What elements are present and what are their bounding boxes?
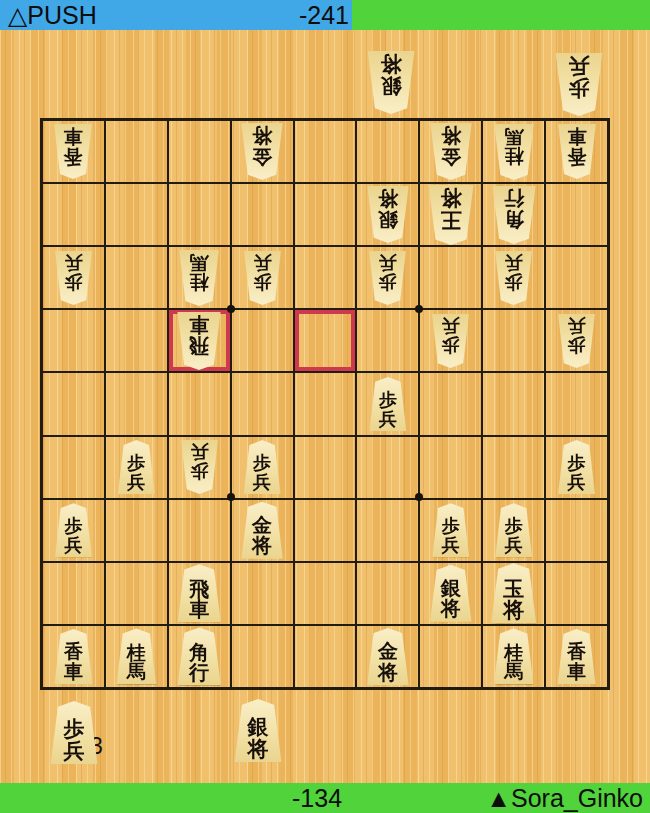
piece-pawn-gote[interactable]: 歩兵 (430, 314, 471, 368)
piece-pawn-gote[interactable]: 歩兵 (179, 440, 220, 494)
piece-pawn-sente[interactable]: 歩兵 (430, 503, 471, 557)
kanji: 銀 (248, 716, 269, 737)
kanji: 歩 (505, 272, 523, 290)
cell-7a[interactable] (168, 120, 231, 183)
sente-player-label: ▲Sora_Ginko (486, 783, 643, 813)
piece-bishop-gote[interactable]: 角行 (490, 186, 538, 244)
piece-pawn-gote[interactable]: 歩兵 (367, 251, 408, 305)
kanji: 馬 (127, 662, 146, 681)
star-point (227, 493, 235, 501)
piece-pawn-sente[interactable]: 歩兵 (48, 701, 100, 764)
cell-9h[interactable] (42, 562, 105, 625)
kanji: 金 (252, 515, 272, 535)
piece-lance-sente[interactable]: 香車 (556, 629, 598, 684)
piece-pawn-sente[interactable]: 歩兵 (116, 440, 157, 494)
cell-7i[interactable]: 角行 (168, 625, 231, 688)
cell-7b[interactable] (168, 183, 231, 246)
kanji: 角 (504, 209, 524, 229)
cell-7g[interactable] (168, 499, 231, 562)
piece-lance-gote[interactable]: 香車 (556, 124, 598, 179)
kanji: 兵 (505, 254, 523, 272)
cell-9i[interactable]: 香車 (42, 625, 105, 688)
kanji: 将 (440, 188, 461, 209)
cell-4d[interactable] (356, 309, 419, 372)
kanji: 馬 (504, 662, 523, 681)
cell-3e[interactable] (419, 372, 482, 435)
piece-silver-sente[interactable]: 銀将 (428, 565, 474, 622)
cell-9c[interactable]: 歩兵 (42, 246, 105, 309)
piece-pawn-sente[interactable]: 歩兵 (556, 440, 597, 494)
kanji: 歩 (64, 718, 85, 739)
gote-time-bar: △PUSH -241 (0, 0, 352, 30)
piece-pawn-sente[interactable]: 歩兵 (493, 503, 534, 557)
piece-bishop-sente[interactable]: 角行 (175, 627, 223, 685)
shogi-board: 香車金将金将桂馬香車銀将王将角行歩兵桂馬歩兵歩兵歩兵飛車歩兵歩兵歩兵歩兵歩兵歩兵… (40, 118, 610, 690)
cell-6a[interactable]: 金将 (231, 120, 294, 183)
cell-9b[interactable] (42, 183, 105, 246)
cell-2f[interactable] (482, 436, 545, 499)
cell-4b[interactable]: 銀将 (356, 183, 419, 246)
kanji: 将 (441, 126, 461, 146)
kanji: 兵 (64, 536, 82, 554)
kanji: 行 (189, 662, 209, 682)
kanji: 将 (441, 598, 461, 618)
cell-6g[interactable]: 金将 (231, 499, 294, 562)
cell-4g[interactable] (356, 499, 419, 562)
piece-pawn-sente[interactable]: 歩兵 (53, 503, 94, 557)
kanji: 歩 (379, 272, 397, 290)
cell-6c[interactable]: 歩兵 (231, 246, 294, 309)
piece-knight-sente[interactable]: 桂馬 (114, 628, 158, 684)
kanji: 馬 (190, 253, 209, 272)
kanji: 兵 (127, 473, 145, 491)
piece-gold-sente[interactable]: 金将 (365, 628, 411, 685)
cell-4e[interactable]: 歩兵 (356, 372, 419, 435)
sente-score: -134 (292, 783, 342, 813)
cell-1a[interactable]: 香車 (545, 120, 608, 183)
kanji: 馬 (504, 127, 523, 146)
kanji: 将 (378, 662, 398, 682)
kanji: 歩 (253, 454, 271, 472)
kanji: 桂 (190, 272, 209, 291)
piece-lance-sente[interactable]: 香車 (52, 629, 94, 684)
cell-1i[interactable]: 香車 (545, 625, 608, 688)
cell-6f[interactable]: 歩兵 (231, 436, 294, 499)
kanji: 兵 (253, 254, 271, 272)
piece-king-gote[interactable]: 王将 (426, 185, 476, 245)
cell-8i[interactable]: 桂馬 (105, 625, 168, 688)
top-status-bar: △PUSH -241 (0, 0, 650, 30)
cell-8c[interactable] (105, 246, 168, 309)
piece-pawn-gote[interactable]: 歩兵 (556, 314, 597, 368)
gote-player-label: △PUSH (8, 1, 97, 30)
star-point (415, 493, 423, 501)
kanji: 兵 (505, 536, 523, 554)
piece-silver-gote[interactable]: 銀将 (365, 51, 417, 114)
kanji: 将 (252, 126, 272, 146)
piece-pawn-gote[interactable]: 歩兵 (553, 53, 605, 116)
kanji: 車 (189, 315, 209, 335)
cell-2e[interactable] (482, 372, 545, 435)
kanji: 兵 (64, 254, 82, 272)
kanji: 車 (567, 662, 586, 681)
cell-7e[interactable] (168, 372, 231, 435)
piece-rook-gote[interactable]: 飛車 (175, 312, 223, 370)
shogi-app: △PUSH -241 香車金将金将桂馬香車銀将王将角行歩兵桂馬歩兵歩兵歩兵飛車歩… (0, 0, 650, 813)
kanji: 兵 (568, 317, 586, 335)
cell-4h[interactable] (356, 562, 419, 625)
cell-5f[interactable] (294, 436, 357, 499)
cell-6i[interactable] (231, 625, 294, 688)
cell-4a[interactable] (356, 120, 419, 183)
piece-lance-gote[interactable]: 香車 (52, 124, 94, 179)
kanji: 将 (381, 54, 402, 75)
cell-1g[interactable] (545, 499, 608, 562)
piece-gold-sente[interactable]: 金将 (239, 502, 285, 559)
kanji: 兵 (568, 473, 586, 491)
kanji: 兵 (379, 410, 397, 428)
piece-pawn-sente[interactable]: 歩兵 (242, 440, 283, 494)
kanji: 飛 (189, 335, 209, 355)
kanji: 香 (567, 146, 586, 165)
kanji: 将 (503, 599, 524, 620)
cell-8d[interactable] (105, 309, 168, 372)
bottom-status-bar: -134 ▲Sora_Ginko (0, 783, 650, 813)
cell-3i[interactable] (419, 625, 482, 688)
cell-5h[interactable] (294, 562, 357, 625)
kanji: 歩 (127, 454, 145, 472)
piece-knight-sente[interactable]: 桂馬 (492, 628, 536, 684)
cell-1f[interactable]: 歩兵 (545, 436, 608, 499)
piece-king-sente[interactable]: 玉将 (489, 563, 539, 623)
cell-2b[interactable]: 角行 (482, 183, 545, 246)
cell-1e[interactable] (545, 372, 608, 435)
piece-pawn-gote[interactable]: 歩兵 (493, 251, 534, 305)
star-point (415, 305, 423, 313)
cell-3a[interactable]: 金将 (419, 120, 482, 183)
piece-silver-sente[interactable]: 銀将 (232, 699, 284, 762)
cell-6d[interactable] (231, 309, 294, 372)
kanji: 兵 (190, 443, 208, 461)
kanji: 兵 (379, 254, 397, 272)
piece-knight-gote[interactable]: 桂馬 (177, 250, 221, 306)
cell-9g[interactable]: 歩兵 (42, 499, 105, 562)
kanji: 歩 (253, 272, 271, 290)
piece-pawn-gote[interactable]: 歩兵 (53, 251, 94, 305)
piece-gold-gote[interactable]: 金将 (239, 123, 285, 180)
star-point (227, 305, 235, 313)
kanji: 将 (252, 535, 272, 555)
kanji: 飛 (189, 579, 209, 599)
cell-8e[interactable] (105, 372, 168, 435)
kanji: 香 (64, 642, 83, 661)
kanji: 歩 (442, 335, 460, 353)
piece-pawn-gote[interactable]: 歩兵 (242, 251, 283, 305)
cell-2i[interactable]: 桂馬 (482, 625, 545, 688)
cell-5b[interactable] (294, 183, 357, 246)
cell-9d[interactable] (42, 309, 105, 372)
cell-2h[interactable]: 玉将 (482, 562, 545, 625)
cell-3g[interactable]: 歩兵 (419, 499, 482, 562)
cell-5i[interactable] (294, 625, 357, 688)
cell-6h[interactable] (231, 562, 294, 625)
cell-1c[interactable] (545, 246, 608, 309)
kanji: 歩 (568, 454, 586, 472)
kanji: 兵 (64, 740, 85, 761)
kanji: 王 (440, 209, 461, 230)
cell-8h[interactable] (105, 562, 168, 625)
cell-5c[interactable] (294, 246, 357, 309)
cell-5e[interactable] (294, 372, 357, 435)
cell-2d[interactable] (482, 309, 545, 372)
kanji: 金 (441, 146, 461, 166)
kanji: 車 (64, 127, 83, 146)
kanji: 香 (567, 642, 586, 661)
kanji: 車 (567, 127, 586, 146)
kanji: 香 (64, 146, 83, 165)
kanji: 将 (378, 189, 398, 209)
cell-8a[interactable] (105, 120, 168, 183)
kanji: 歩 (568, 335, 586, 353)
kanji: 兵 (442, 536, 460, 554)
kanji: 角 (189, 642, 209, 662)
cell-7d[interactable]: 飛車 (168, 309, 231, 372)
cell-4c[interactable]: 歩兵 (356, 246, 419, 309)
gote-score: -241 (299, 1, 349, 30)
piece-rook-sente[interactable]: 飛車 (175, 564, 223, 622)
kanji: 歩 (64, 272, 82, 290)
kanji: 桂 (504, 146, 523, 165)
kanji: 金 (252, 146, 272, 166)
cell-6b[interactable] (231, 183, 294, 246)
cell-8g[interactable] (105, 499, 168, 562)
kanji: 銀 (441, 578, 461, 598)
cell-1b[interactable] (545, 183, 608, 246)
cell-2g[interactable]: 歩兵 (482, 499, 545, 562)
kanji: 歩 (190, 461, 208, 479)
cell-7f[interactable]: 歩兵 (168, 436, 231, 499)
kanji: 銀 (378, 210, 398, 230)
cell-3h[interactable]: 銀将 (419, 562, 482, 625)
piece-gold-gote[interactable]: 金将 (428, 123, 474, 180)
cell-2a[interactable]: 桂馬 (482, 120, 545, 183)
kanji: 車 (189, 599, 209, 619)
cell-6e[interactable] (231, 372, 294, 435)
cell-4i[interactable]: 金将 (356, 625, 419, 688)
cell-1h[interactable] (545, 562, 608, 625)
cell-1d[interactable]: 歩兵 (545, 309, 608, 372)
cell-7c[interactable]: 桂馬 (168, 246, 231, 309)
cell-3f[interactable] (419, 436, 482, 499)
cell-5g[interactable] (294, 499, 357, 562)
kanji: 車 (64, 662, 83, 681)
cell-8f[interactable]: 歩兵 (105, 436, 168, 499)
cell-7h[interactable]: 飛車 (168, 562, 231, 625)
kanji: 歩 (379, 391, 397, 409)
cell-5a[interactable] (294, 120, 357, 183)
cell-3b[interactable]: 王将 (419, 183, 482, 246)
piece-pawn-sente[interactable]: 歩兵 (367, 377, 408, 431)
kanji: 玉 (503, 578, 524, 599)
cell-9a[interactable]: 香車 (42, 120, 105, 183)
cell-5d[interactable] (294, 309, 357, 372)
kanji: 兵 (253, 473, 271, 491)
cell-8b[interactable] (105, 183, 168, 246)
kanji: 兵 (442, 317, 460, 335)
kanji: 兵 (569, 56, 590, 77)
cell-4f[interactable] (356, 436, 419, 499)
piece-silver-gote[interactable]: 銀将 (365, 186, 411, 243)
cell-9e[interactable] (42, 372, 105, 435)
kanji: 将 (248, 738, 269, 759)
kanji: 歩 (569, 77, 590, 98)
cell-3d[interactable]: 歩兵 (419, 309, 482, 372)
kanji: 金 (378, 641, 398, 661)
gote-time-bar-remainder (352, 0, 650, 30)
piece-knight-gote[interactable]: 桂馬 (492, 124, 536, 180)
kanji: 行 (504, 189, 524, 209)
kanji: 銀 (381, 75, 402, 96)
cell-9f[interactable] (42, 436, 105, 499)
cell-3c[interactable] (419, 246, 482, 309)
cell-2c[interactable]: 歩兵 (482, 246, 545, 309)
